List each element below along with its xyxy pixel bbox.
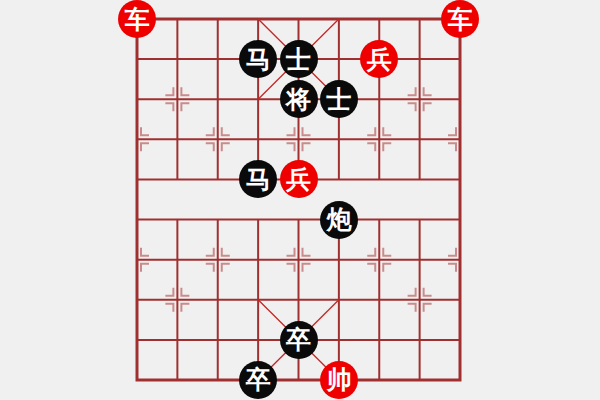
piece-red-chariot[interactable]: 车 bbox=[441, 0, 479, 38]
piece-glyph: 士 bbox=[326, 87, 351, 112]
xiangqi-board-diagram: 车车马士兵将士马兵炮卒卒帅 bbox=[0, 0, 600, 400]
piece-red-chariot[interactable]: 车 bbox=[118, 0, 156, 38]
piece-black-horse[interactable]: 马 bbox=[239, 40, 277, 78]
piece-glyph: 兵 bbox=[286, 167, 311, 192]
piece-black-soldier[interactable]: 卒 bbox=[280, 321, 318, 359]
piece-glyph: 将 bbox=[286, 87, 311, 112]
piece-red-soldier[interactable]: 兵 bbox=[280, 160, 318, 198]
piece-glyph: 士 bbox=[286, 47, 311, 72]
piece-glyph: 帅 bbox=[326, 367, 351, 392]
piece-layer: 车车马士兵将士马兵炮卒卒帅 bbox=[117, 0, 480, 400]
piece-black-horse[interactable]: 马 bbox=[239, 160, 277, 198]
piece-black-general[interactable]: 将 bbox=[280, 80, 318, 118]
piece-red-soldier[interactable]: 兵 bbox=[360, 40, 398, 78]
piece-black-soldier[interactable]: 卒 bbox=[239, 361, 277, 399]
piece-glyph: 马 bbox=[246, 47, 271, 72]
piece-glyph: 车 bbox=[448, 7, 473, 32]
piece-glyph: 卒 bbox=[246, 367, 271, 392]
piece-black-advisor[interactable]: 士 bbox=[280, 40, 318, 78]
piece-glyph: 车 bbox=[125, 7, 150, 32]
piece-glyph: 卒 bbox=[286, 327, 311, 352]
piece-glyph: 兵 bbox=[367, 47, 392, 72]
piece-glyph: 炮 bbox=[326, 207, 351, 232]
piece-black-cannon[interactable]: 炮 bbox=[320, 201, 358, 239]
piece-glyph: 马 bbox=[246, 167, 271, 192]
piece-black-advisor[interactable]: 士 bbox=[320, 80, 358, 118]
piece-red-general[interactable]: 帅 bbox=[320, 361, 358, 399]
